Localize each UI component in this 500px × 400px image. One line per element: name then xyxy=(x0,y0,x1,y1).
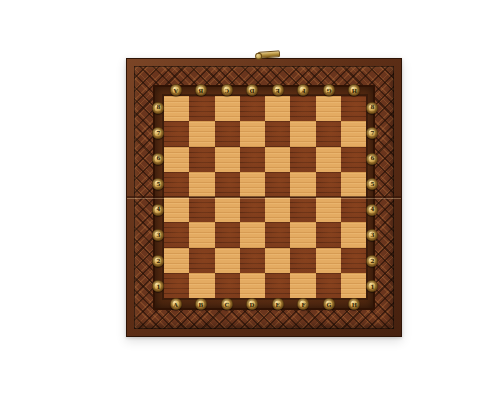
board-square xyxy=(240,96,265,121)
coordinate-stud: 2 xyxy=(152,255,164,267)
board-square xyxy=(189,222,214,247)
board-square xyxy=(290,147,315,172)
board-square xyxy=(240,197,265,222)
board-square xyxy=(290,96,315,121)
board-square xyxy=(215,273,240,298)
hinge-seam xyxy=(127,196,401,199)
board-square xyxy=(215,96,240,121)
board-square xyxy=(189,172,214,197)
coordinate-stud: C xyxy=(221,298,233,310)
board-square xyxy=(316,222,341,247)
clasp-knob-icon xyxy=(255,52,262,59)
board-square xyxy=(189,96,214,121)
board-square xyxy=(189,273,214,298)
board-square xyxy=(341,222,366,247)
board-square xyxy=(290,222,315,247)
board-square xyxy=(316,172,341,197)
coordinate-stud: 6 xyxy=(366,153,378,165)
coordinate-stud: 6 xyxy=(152,153,164,165)
board-square xyxy=(215,147,240,172)
board-square xyxy=(341,147,366,172)
board-square xyxy=(316,96,341,121)
board-square xyxy=(189,248,214,273)
board-square xyxy=(189,197,214,222)
board-square xyxy=(240,222,265,247)
board-square xyxy=(215,222,240,247)
board-square xyxy=(240,273,265,298)
board-square xyxy=(265,273,290,298)
coordinate-stud: G xyxy=(323,84,335,96)
brass-clasp-icon xyxy=(258,50,280,59)
board-square xyxy=(290,121,315,146)
board-square xyxy=(341,121,366,146)
board-square xyxy=(290,273,315,298)
board-square xyxy=(164,248,189,273)
board-square xyxy=(290,197,315,222)
board-square xyxy=(265,147,290,172)
board-square xyxy=(189,121,214,146)
coordinate-stud: 4 xyxy=(152,204,164,216)
coordinate-stud: 8 xyxy=(366,102,378,114)
board-square xyxy=(240,147,265,172)
board-square xyxy=(290,172,315,197)
board-square xyxy=(240,121,265,146)
board-square xyxy=(265,197,290,222)
board-square xyxy=(189,147,214,172)
board-square xyxy=(215,121,240,146)
board-square xyxy=(265,96,290,121)
board-square xyxy=(265,121,290,146)
board-square xyxy=(316,197,341,222)
board-square xyxy=(215,197,240,222)
chess-box: AA88BB77CC66DD55EE44FF33GG22HH11 xyxy=(126,58,402,337)
coordinate-stud: 2 xyxy=(366,255,378,267)
board-square xyxy=(164,273,189,298)
coordinate-stud: G xyxy=(323,298,335,310)
board-square xyxy=(316,121,341,146)
coordinate-stud: C xyxy=(221,84,233,96)
board-square xyxy=(341,172,366,197)
board-square xyxy=(240,172,265,197)
board-square xyxy=(316,147,341,172)
board-square xyxy=(341,248,366,273)
board-square xyxy=(290,248,315,273)
board-square xyxy=(316,273,341,298)
board-square xyxy=(164,96,189,121)
board-square xyxy=(164,172,189,197)
board-square xyxy=(240,248,265,273)
board-square xyxy=(164,222,189,247)
board-square xyxy=(265,248,290,273)
board-square xyxy=(265,172,290,197)
board-square xyxy=(215,248,240,273)
board-square xyxy=(316,248,341,273)
coordinate-stud: 4 xyxy=(366,204,378,216)
board-square xyxy=(341,273,366,298)
coordinate-stud: E xyxy=(272,298,284,310)
board-square xyxy=(215,172,240,197)
coordinate-stud: E xyxy=(272,84,284,96)
coordinate-stud: A xyxy=(170,84,182,96)
board-square xyxy=(164,121,189,146)
board-square xyxy=(341,96,366,121)
coordinate-stud: 8 xyxy=(152,102,164,114)
board-square xyxy=(265,222,290,247)
board-square xyxy=(164,147,189,172)
product-photo-background: AA88BB77CC66DD55EE44FF33GG22HH11 xyxy=(0,0,500,400)
board-square xyxy=(341,197,366,222)
board-square xyxy=(164,197,189,222)
coordinate-stud: A xyxy=(170,298,182,310)
